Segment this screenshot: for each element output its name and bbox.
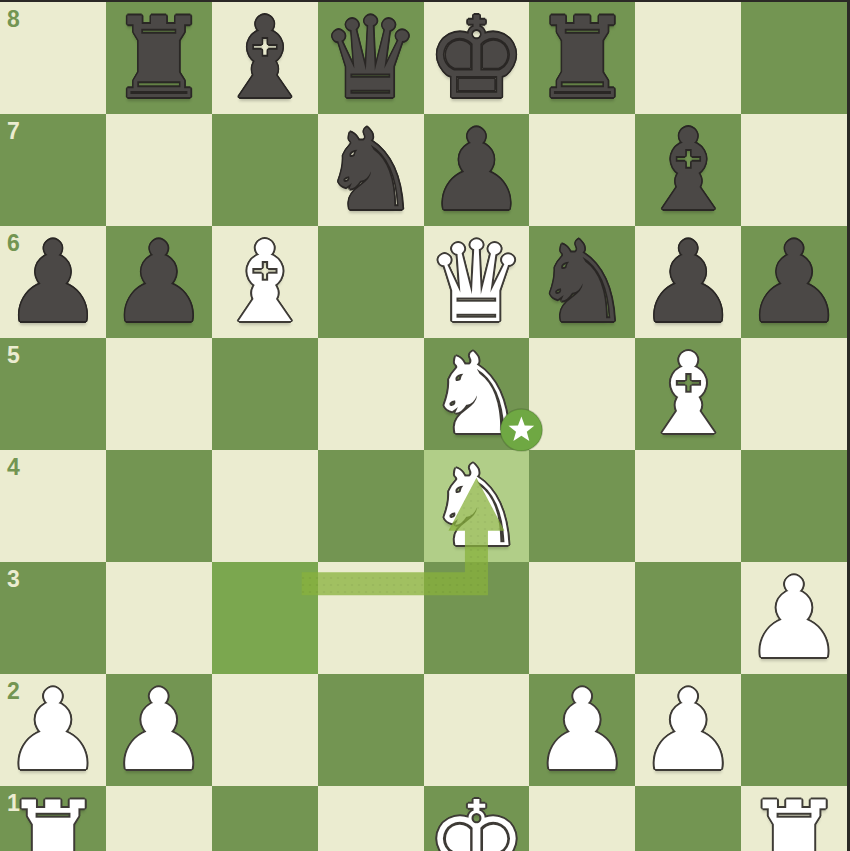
- black-rook-b8[interactable]: ♜: [109, 2, 209, 114]
- square-b1[interactable]: b: [106, 786, 212, 851]
- square-c8[interactable]: ♝: [212, 2, 318, 114]
- square-d3[interactable]: [318, 562, 424, 674]
- square-c3[interactable]: [212, 562, 318, 674]
- move-highlight-c3: [212, 562, 318, 674]
- chess-board: 8♜♝♛♚♜7♞♟♝♟6♟♝♛♞♟♟5♞♝4♞3♟♟2♟♟♟♜1abcd♚efg…: [0, 2, 847, 848]
- white-pawn-g2[interactable]: ♟: [638, 674, 738, 786]
- square-d2[interactable]: [318, 674, 424, 786]
- square-h1[interactable]: ♜h: [741, 786, 847, 851]
- square-f8[interactable]: ♜: [529, 2, 635, 114]
- black-king-e8[interactable]: ♚: [426, 2, 526, 114]
- square-c7[interactable]: [212, 114, 318, 226]
- rank-label-2: 2: [7, 678, 20, 705]
- square-e1[interactable]: ♚e: [424, 786, 530, 851]
- square-b5[interactable]: [106, 338, 212, 450]
- square-h4[interactable]: [741, 450, 847, 562]
- white-pawn-b2[interactable]: ♟: [109, 674, 209, 786]
- square-a1[interactable]: ♜1a: [0, 786, 106, 851]
- square-a6[interactable]: ♟6: [0, 226, 106, 338]
- square-h5[interactable]: [741, 338, 847, 450]
- white-queen-e6[interactable]: ♛: [426, 226, 526, 338]
- square-a8[interactable]: 8: [0, 2, 106, 114]
- rank-label-5: 5: [7, 342, 20, 369]
- black-pawn-e7[interactable]: ♟: [426, 114, 526, 226]
- rank-label-8: 8: [7, 6, 20, 33]
- square-b7[interactable]: [106, 114, 212, 226]
- square-a4[interactable]: 4: [0, 450, 106, 562]
- square-a3[interactable]: 3: [0, 562, 106, 674]
- square-c6[interactable]: ♝: [212, 226, 318, 338]
- rank-label-1: 1: [7, 790, 20, 817]
- black-bishop-g7[interactable]: ♝: [638, 114, 738, 226]
- black-knight-d7[interactable]: ♞: [320, 114, 420, 226]
- square-c2[interactable]: [212, 674, 318, 786]
- rank-label-4: 4: [7, 454, 20, 481]
- square-e8[interactable]: ♚: [424, 2, 530, 114]
- square-e7[interactable]: ♟: [424, 114, 530, 226]
- square-b8[interactable]: ♜: [106, 2, 212, 114]
- white-bishop-c6[interactable]: ♝: [214, 226, 314, 338]
- square-g7[interactable]: ♝: [635, 114, 741, 226]
- square-f3[interactable]: [529, 562, 635, 674]
- white-pawn-f2[interactable]: ♟: [532, 674, 632, 786]
- square-e3[interactable]: [424, 562, 530, 674]
- square-h7[interactable]: [741, 114, 847, 226]
- square-f4[interactable]: [529, 450, 635, 562]
- rank-label-6: 6: [7, 230, 20, 257]
- white-king-e1[interactable]: ♚: [426, 786, 526, 851]
- white-bishop-g5[interactable]: ♝: [638, 338, 738, 450]
- square-g1[interactable]: g: [635, 786, 741, 851]
- square-g6[interactable]: ♟: [635, 226, 741, 338]
- square-f1[interactable]: f: [529, 786, 635, 851]
- square-b6[interactable]: ♟: [106, 226, 212, 338]
- rank-label-3: 3: [7, 566, 20, 593]
- square-d7[interactable]: ♞: [318, 114, 424, 226]
- square-g8[interactable]: [635, 2, 741, 114]
- white-knight-e5[interactable]: ♞: [426, 338, 526, 450]
- square-h3[interactable]: ♟: [741, 562, 847, 674]
- white-pawn-h3[interactable]: ♟: [744, 562, 844, 674]
- black-pawn-b6[interactable]: ♟: [109, 226, 209, 338]
- square-h2[interactable]: [741, 674, 847, 786]
- square-e5[interactable]: ♞: [424, 338, 530, 450]
- square-g5[interactable]: ♝: [635, 338, 741, 450]
- square-g2[interactable]: ♟: [635, 674, 741, 786]
- chess-app-stage: 8♜♝♛♚♜7♞♟♝♟6♟♝♛♞♟♟5♞♝4♞3♟♟2♟♟♟♜1abcd♚efg…: [0, 0, 850, 851]
- square-f7[interactable]: [529, 114, 635, 226]
- black-pawn-g6[interactable]: ♟: [638, 226, 738, 338]
- square-a2[interactable]: ♟2: [0, 674, 106, 786]
- square-e2[interactable]: [424, 674, 530, 786]
- square-d4[interactable]: [318, 450, 424, 562]
- square-e6[interactable]: ♛: [424, 226, 530, 338]
- rank-label-7: 7: [7, 118, 20, 145]
- square-d1[interactable]: d: [318, 786, 424, 851]
- square-g3[interactable]: [635, 562, 741, 674]
- square-b2[interactable]: ♟: [106, 674, 212, 786]
- square-d5[interactable]: [318, 338, 424, 450]
- square-f5[interactable]: [529, 338, 635, 450]
- square-d8[interactable]: ♛: [318, 2, 424, 114]
- black-rook-f8[interactable]: ♜: [532, 2, 632, 114]
- square-h8[interactable]: [741, 2, 847, 114]
- square-b4[interactable]: [106, 450, 212, 562]
- square-f6[interactable]: ♞: [529, 226, 635, 338]
- square-g4[interactable]: [635, 450, 741, 562]
- black-pawn-h6[interactable]: ♟: [744, 226, 844, 338]
- white-knight-e4[interactable]: ♞: [426, 450, 526, 562]
- black-bishop-c8[interactable]: ♝: [214, 2, 314, 114]
- white-rook-h1[interactable]: ♜: [744, 786, 844, 851]
- square-e4[interactable]: ♞: [424, 450, 530, 562]
- square-a7[interactable]: 7: [0, 114, 106, 226]
- square-f2[interactable]: ♟: [529, 674, 635, 786]
- square-c4[interactable]: [212, 450, 318, 562]
- square-c1[interactable]: c: [212, 786, 318, 851]
- black-queen-d8[interactable]: ♛: [320, 2, 420, 114]
- square-h6[interactable]: ♟: [741, 226, 847, 338]
- black-knight-f6[interactable]: ♞: [532, 226, 632, 338]
- square-d6[interactable]: [318, 226, 424, 338]
- square-c5[interactable]: [212, 338, 318, 450]
- square-a5[interactable]: 5: [0, 338, 106, 450]
- square-b3[interactable]: [106, 562, 212, 674]
